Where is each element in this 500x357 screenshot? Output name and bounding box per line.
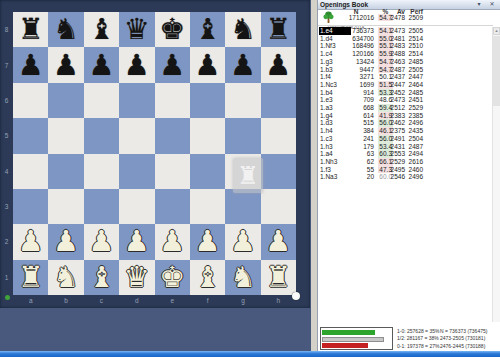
square-e8[interactable]: ♚ bbox=[155, 12, 190, 47]
book-move-row-1-e4[interactable]: 1.e473637354.124732505 bbox=[318, 27, 490, 35]
square-g3[interactable] bbox=[225, 189, 260, 224]
piece-white-rook: ♜ bbox=[261, 260, 296, 295]
square-f7[interactable]: ♟ bbox=[190, 47, 225, 82]
move-av: 2491 bbox=[390, 135, 405, 143]
divider bbox=[318, 25, 493, 26]
square-f1[interactable]: ♝ bbox=[190, 260, 225, 295]
move-av: 2463 bbox=[390, 58, 405, 66]
result-bar-chart bbox=[320, 327, 393, 350]
book-move-row-1-a4[interactable]: 1.a46360.325532494 bbox=[318, 150, 490, 158]
square-h6[interactable] bbox=[261, 83, 296, 118]
rank-label-3: 3 bbox=[1, 189, 12, 224]
status-result: 1-0: 257628 = 35% bbox=[397, 328, 439, 334]
square-h2[interactable]: ♟ bbox=[261, 224, 296, 259]
square-a6[interactable] bbox=[13, 83, 48, 118]
square-d3[interactable] bbox=[119, 189, 154, 224]
square-b6[interactable] bbox=[48, 83, 83, 118]
move-av: 2462 bbox=[390, 119, 405, 127]
piece-black-bishop: ♝ bbox=[190, 12, 225, 47]
file-label-a: a bbox=[13, 297, 48, 306]
piece-white-pawn: ♟ bbox=[13, 224, 48, 259]
square-d1[interactable]: ♛ bbox=[119, 260, 154, 295]
piece-black-pawn: ♟ bbox=[261, 47, 296, 82]
piece-black-pawn: ♟ bbox=[13, 47, 48, 82]
square-h4[interactable] bbox=[261, 154, 296, 189]
move-perf: 2485 bbox=[407, 89, 423, 97]
move-av: 2512 bbox=[390, 104, 405, 112]
move-n: 20 bbox=[338, 173, 374, 181]
move-perf: 2494 bbox=[407, 150, 423, 158]
file-label-b: b bbox=[48, 297, 83, 306]
piece-black-queen: ♛ bbox=[119, 12, 154, 47]
book-move-row-1-a3[interactable]: 1.a366859.425122529 bbox=[318, 104, 490, 112]
square-d6[interactable] bbox=[119, 83, 154, 118]
close-icon[interactable]: ✕ bbox=[487, 0, 497, 9]
move-av: 2375 bbox=[390, 127, 405, 135]
move-perf: 2505 bbox=[407, 66, 423, 74]
move-n: 9447 bbox=[338, 66, 374, 74]
move-av: 2553 bbox=[390, 150, 405, 158]
status-result: 1/2: 281167 = 38% bbox=[397, 335, 439, 341]
square-f6[interactable] bbox=[190, 83, 225, 118]
book-move-row-1-c4[interactable]: 1.c412016655.924882514 bbox=[318, 50, 490, 58]
piece-white-knight: ♞ bbox=[225, 260, 260, 295]
square-b8[interactable]: ♞ bbox=[48, 12, 83, 47]
square-e6[interactable] bbox=[155, 83, 190, 118]
result-bar-white-wins bbox=[322, 330, 375, 335]
square-h8[interactable]: ♜ bbox=[261, 12, 296, 47]
square-g1[interactable]: ♞ bbox=[225, 260, 260, 295]
move-av: 2546 bbox=[390, 173, 405, 181]
move-av: 2483 bbox=[390, 42, 405, 50]
square-b1[interactable]: ♞ bbox=[48, 260, 83, 295]
square-a8[interactable]: ♜ bbox=[13, 12, 48, 47]
piece-white-rook: ♜ bbox=[13, 260, 48, 295]
square-e5[interactable] bbox=[155, 118, 190, 153]
square-g5[interactable] bbox=[225, 118, 260, 153]
piece-black-pawn: ♟ bbox=[84, 47, 119, 82]
rank-label-8: 8 bbox=[1, 12, 12, 47]
scrollbar[interactable]: ▲ bbox=[492, 27, 500, 322]
book-move-row-1-b3[interactable]: 1.b3944754.724872505 bbox=[318, 66, 490, 74]
square-c5[interactable] bbox=[84, 118, 119, 153]
move-n: 709 bbox=[338, 96, 374, 104]
move-n: 634700 bbox=[338, 35, 374, 43]
move-n: 668 bbox=[338, 104, 374, 112]
totals-perf: 2509 bbox=[407, 14, 423, 22]
move-perf: 2496 bbox=[407, 173, 423, 181]
piece-white-pawn: ♟ bbox=[190, 224, 225, 259]
square-d5[interactable] bbox=[119, 118, 154, 153]
square-g2[interactable]: ♟ bbox=[225, 224, 260, 259]
square-b4[interactable] bbox=[48, 154, 83, 189]
piece-black-pawn: ♟ bbox=[225, 47, 260, 82]
book-move-row-1-b4[interactable]: 1.b491453.324522485 bbox=[318, 89, 490, 97]
piece-white-pawn: ♟ bbox=[225, 224, 260, 259]
move-av: 2481 bbox=[390, 35, 405, 43]
piece-white-knight: ♞ bbox=[48, 260, 83, 295]
move-n: 384 bbox=[338, 127, 374, 135]
square-f8[interactable]: ♝ bbox=[190, 12, 225, 47]
square-h5[interactable] bbox=[261, 118, 296, 153]
file-label-d: d bbox=[119, 297, 154, 306]
book-move-row-1-g4[interactable]: 1.g461441.923832385 bbox=[318, 112, 490, 120]
piece-white-bishop: ♝ bbox=[84, 260, 119, 295]
move-perf: 2514 bbox=[407, 50, 423, 58]
piece-white-pawn: ♟ bbox=[84, 224, 119, 259]
move-perf: 2496 bbox=[407, 119, 423, 127]
move-n: 3271 bbox=[338, 73, 374, 81]
panel-menu-icon[interactable]: ▾ bbox=[474, 0, 484, 9]
move-n: 1699 bbox=[338, 81, 374, 89]
move-perf: 2435 bbox=[407, 127, 423, 135]
piece-white-pawn: ♟ bbox=[155, 224, 190, 259]
move-n: 62 bbox=[338, 158, 374, 166]
book-move-row-1-Nf3[interactable]: 1.Nf316849655.124832510 bbox=[318, 42, 490, 50]
square-a7[interactable]: ♟ bbox=[13, 47, 48, 82]
piece-black-pawn: ♟ bbox=[119, 47, 154, 82]
square-e3[interactable] bbox=[155, 189, 190, 224]
piece-white-pawn: ♟ bbox=[119, 224, 154, 259]
square-d4[interactable] bbox=[119, 154, 154, 189]
piece-white-king: ♚ bbox=[155, 260, 190, 295]
rank-label-1: 1 bbox=[1, 260, 12, 295]
move-n: 55 bbox=[338, 166, 374, 174]
piece-white-pawn: ♟ bbox=[48, 224, 83, 259]
taskbar-strip[interactable] bbox=[0, 351, 500, 357]
square-a4[interactable] bbox=[13, 154, 48, 189]
square-c7[interactable]: ♟ bbox=[84, 47, 119, 82]
book-move-row-1-f3[interactable]: 1.f35547.324952460 bbox=[318, 166, 490, 174]
book-move-row-1-f4[interactable]: 1.f4327150.124372447 bbox=[318, 73, 490, 81]
move-av: 2431 bbox=[390, 143, 405, 151]
square-g7[interactable]: ♟ bbox=[225, 47, 260, 82]
square-c1[interactable]: ♝ bbox=[84, 260, 119, 295]
move-perf: 2504 bbox=[407, 135, 423, 143]
move-perf: 2460 bbox=[407, 166, 423, 174]
status-detail: N = 736373 (736475) bbox=[440, 328, 487, 334]
square-b7[interactable]: ♟ bbox=[48, 47, 83, 82]
dragged-piece-ghost[interactable]: ♜ bbox=[233, 158, 263, 193]
move-av: 2529 bbox=[390, 158, 405, 166]
move-av: 2383 bbox=[390, 112, 405, 120]
scrollbar-thumb[interactable] bbox=[493, 36, 500, 106]
move-n: 13424 bbox=[338, 58, 374, 66]
book-totals-row: 1712016 54.7 2478 2509 bbox=[318, 14, 490, 22]
file-label-g: g bbox=[225, 297, 260, 306]
move-n: 736373 bbox=[338, 27, 374, 35]
piece-white-queen: ♛ bbox=[119, 260, 154, 295]
piece-black-pawn: ♟ bbox=[190, 47, 225, 82]
square-h3[interactable] bbox=[261, 189, 296, 224]
book-move-row-1-h4[interactable]: 1.h438446.123752435 bbox=[318, 127, 490, 135]
result-bar-draw bbox=[322, 337, 384, 342]
rank-label-5: 5 bbox=[1, 118, 12, 153]
scroll-up-arrow-icon[interactable]: ▲ bbox=[493, 27, 500, 35]
move-perf: 2464 bbox=[407, 81, 423, 89]
move-perf: 2616 bbox=[407, 158, 423, 166]
square-f4[interactable] bbox=[190, 154, 225, 189]
square-e2[interactable]: ♟ bbox=[155, 224, 190, 259]
move-perf: 2514 bbox=[407, 35, 423, 43]
square-e7[interactable]: ♟ bbox=[155, 47, 190, 82]
move-av: 2473 bbox=[390, 96, 405, 104]
square-d8[interactable]: ♛ bbox=[119, 12, 154, 47]
square-d2[interactable]: ♟ bbox=[119, 224, 154, 259]
piece-black-knight: ♞ bbox=[225, 12, 260, 47]
move-perf: 2529 bbox=[407, 104, 423, 112]
piece-black-pawn: ♟ bbox=[48, 47, 83, 82]
square-f2[interactable]: ♟ bbox=[190, 224, 225, 259]
book-move-row-1-g3[interactable]: 1.g31342454.724632485 bbox=[318, 58, 490, 66]
book-move-row-1-Nc3[interactable]: 1.Nc3169951.524472464 bbox=[318, 81, 490, 89]
move-perf: 2505 bbox=[407, 27, 423, 35]
file-label-h: h bbox=[261, 297, 296, 306]
file-label-c: c bbox=[84, 297, 119, 306]
chess-board[interactable]: ♜♞♝♛♚♝♞♜♟♟♟♟♟♟♟♟♟♟♟♟♟♟♟♟♜♞♝♛♚♝♞♜ bbox=[13, 12, 296, 295]
piece-black-rook: ♜ bbox=[261, 12, 296, 47]
move-n: 168496 bbox=[338, 42, 374, 50]
rank-label-2: 2 bbox=[1, 224, 12, 259]
piece-white-bishop: ♝ bbox=[190, 260, 225, 295]
move-n: 241 bbox=[338, 135, 374, 143]
square-g8[interactable]: ♞ bbox=[225, 12, 260, 47]
board-area: ♜♞♝♛♚♝♞♜♟♟♟♟♟♟♟♟♟♟♟♟♟♟♟♟♜♞♝♛♚♝♞♜ 8765432… bbox=[0, 0, 311, 351]
move-n: 614 bbox=[338, 112, 374, 120]
move-n: 179 bbox=[338, 143, 374, 151]
square-f5[interactable] bbox=[190, 118, 225, 153]
move-perf: 2385 bbox=[407, 112, 423, 120]
status-detail: 2473-2505 (730181) bbox=[440, 335, 485, 341]
move-av: 2473 bbox=[390, 27, 405, 35]
square-g6[interactable] bbox=[225, 83, 260, 118]
move-perf: 2510 bbox=[407, 42, 423, 50]
square-a5[interactable] bbox=[13, 118, 48, 153]
move-perf: 2447 bbox=[407, 73, 423, 81]
move-av: 2447 bbox=[390, 81, 405, 89]
rank-label-7: 7 bbox=[1, 47, 12, 82]
square-c6[interactable] bbox=[84, 83, 119, 118]
piece-black-pawn: ♟ bbox=[155, 47, 190, 82]
square-b3[interactable] bbox=[48, 189, 83, 224]
status-detail: 2476-2445 (730188) bbox=[440, 343, 485, 349]
book-move-row-1-h3[interactable]: 1.h317953.424312487 bbox=[318, 143, 490, 151]
book-move-row-1-c3[interactable]: 1.c324156.024912504 bbox=[318, 135, 490, 143]
square-e1[interactable]: ♚ bbox=[155, 260, 190, 295]
piece-black-knight: ♞ bbox=[48, 12, 83, 47]
totals-av: 2478 bbox=[390, 14, 405, 22]
status-line-1: 1-0: 257628 = 35%N = 736373 (736475) bbox=[397, 328, 499, 335]
square-b2[interactable]: ♟ bbox=[48, 224, 83, 259]
square-b5[interactable] bbox=[48, 118, 83, 153]
move-av: 2487 bbox=[390, 66, 405, 74]
book-move-row-1-Nh3[interactable]: 1.Nh36266.125292616 bbox=[318, 158, 490, 166]
move-n: 120166 bbox=[338, 50, 374, 58]
move-perf: 2487 bbox=[407, 143, 423, 151]
square-a2[interactable]: ♟ bbox=[13, 224, 48, 259]
piece-black-bishop: ♝ bbox=[84, 12, 119, 47]
panel-title: Openings Book bbox=[320, 1, 368, 8]
book-move-row-1-e3[interactable]: 1.e370948.624732451 bbox=[318, 96, 490, 104]
file-label-e: e bbox=[155, 297, 190, 306]
piece-black-king: ♚ bbox=[155, 12, 190, 47]
move-av: 2495 bbox=[390, 166, 405, 174]
book-move-row-1-Na3[interactable]: 1.Na32060.025462496 bbox=[318, 173, 490, 181]
square-d7[interactable]: ♟ bbox=[119, 47, 154, 82]
book-move-row-1-d3[interactable]: 1.d351556.024622496 bbox=[318, 119, 490, 127]
square-c8[interactable]: ♝ bbox=[84, 12, 119, 47]
move-n: 515 bbox=[338, 119, 374, 127]
square-c2[interactable]: ♟ bbox=[84, 224, 119, 259]
move-av: 2437 bbox=[390, 73, 405, 81]
move-perf: 2485 bbox=[407, 58, 423, 66]
square-a3[interactable] bbox=[13, 189, 48, 224]
square-c3[interactable] bbox=[84, 189, 119, 224]
openings-book-panel: Openings Book ▾ ✕ PowerBook2014 N % Av P… bbox=[317, 0, 500, 351]
move-av: 2452 bbox=[390, 89, 405, 97]
book-move-row-1-d4[interactable]: 1.d463470055.024812514 bbox=[318, 35, 490, 43]
move-perf: 2451 bbox=[407, 96, 423, 104]
move-n: 914 bbox=[338, 89, 374, 97]
status-result: 0-1: 197378 = 27% bbox=[397, 343, 439, 349]
piece-black-rook: ♜ bbox=[13, 12, 48, 47]
square-a1[interactable]: ♜ bbox=[13, 260, 48, 295]
file-label-f: f bbox=[190, 297, 225, 306]
rank-label-4: 4 bbox=[1, 154, 12, 189]
book-move-list: 1.e473637354.1247325051.d463470055.02481… bbox=[318, 27, 493, 183]
engine-status-dot bbox=[5, 295, 10, 300]
board-frame: ♜♞♝♛♚♝♞♜♟♟♟♟♟♟♟♟♟♟♟♟♟♟♟♟♜♞♝♛♚♝♞♜ 8765432… bbox=[0, 0, 310, 308]
square-f3[interactable] bbox=[190, 189, 225, 224]
result-bar-black-wins bbox=[322, 343, 368, 348]
white-to-move-indicator bbox=[292, 292, 300, 300]
piece-white-pawn: ♟ bbox=[261, 224, 296, 259]
move-av: 2488 bbox=[390, 50, 405, 58]
rank-label-6: 6 bbox=[1, 83, 12, 118]
totals-n: 1712016 bbox=[338, 14, 374, 22]
status-line-3: 0-1: 197378 = 27%2476-2445 (730188) bbox=[397, 343, 499, 350]
status-line-2: 1/2: 281167 = 38%2473-2505 (730181) bbox=[397, 335, 499, 342]
move-n: 63 bbox=[338, 150, 374, 158]
square-c4[interactable] bbox=[84, 154, 119, 189]
square-e4[interactable] bbox=[155, 154, 190, 189]
square-h1[interactable]: ♜ bbox=[261, 260, 296, 295]
square-h7[interactable]: ♟ bbox=[261, 47, 296, 82]
